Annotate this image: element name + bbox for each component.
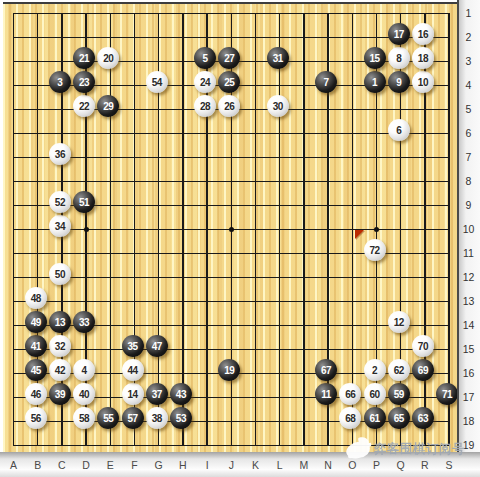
grid-line-horizontal (13, 277, 450, 278)
stone-white-62[interactable]: 62 (388, 359, 410, 381)
stone-black-65[interactable]: 65 (388, 407, 410, 429)
col-label-I: I (199, 459, 215, 471)
stone-white-72[interactable]: 72 (364, 239, 386, 261)
stone-black-37[interactable]: 37 (146, 383, 168, 405)
move-number: 43 (176, 389, 186, 400)
move-number: 44 (127, 365, 137, 376)
move-number: 11 (321, 389, 331, 400)
move-number: 23 (79, 77, 89, 88)
move-number: 33 (79, 317, 89, 328)
move-number: 49 (31, 317, 41, 328)
move-number: 19 (224, 365, 234, 376)
move-number: 37 (152, 389, 162, 400)
move-number: 66 (345, 389, 355, 400)
move-number: 3 (57, 77, 62, 88)
col-label-D: D (78, 459, 94, 471)
move-number: 15 (369, 53, 379, 64)
move-number: 50 (55, 269, 65, 280)
move-number: 56 (31, 413, 41, 424)
move-number: 1 (372, 77, 377, 88)
move-number: 28 (200, 101, 210, 112)
row-label-6: 6 (458, 127, 479, 139)
col-label-N: N (320, 459, 336, 471)
stone-white-2[interactable]: 2 (364, 359, 386, 381)
col-label-E: E (102, 459, 118, 471)
move-number: 31 (273, 53, 283, 64)
move-number: 55 (103, 413, 113, 424)
stone-black-57[interactable]: 57 (122, 407, 144, 429)
row-label-14: 14 (458, 319, 479, 331)
move-number: 59 (394, 389, 404, 400)
move-number: 48 (31, 293, 41, 304)
row-label-11: 11 (458, 247, 479, 259)
row-label-16: 16 (458, 367, 479, 379)
stone-black-31[interactable]: 31 (267, 47, 289, 69)
move-number: 51 (79, 197, 89, 208)
move-number: 35 (127, 341, 137, 352)
stone-white-54[interactable]: 54 (146, 71, 168, 93)
row-label-5: 5 (458, 103, 479, 115)
col-label-B: B (30, 459, 46, 471)
watermark-bird-icon (345, 440, 371, 460)
col-label-M: M (296, 459, 312, 471)
move-number: 13 (55, 317, 65, 328)
move-number: 42 (55, 365, 65, 376)
row-label-3: 3 (458, 55, 479, 67)
move-number: 41 (31, 341, 41, 352)
move-number: 9 (396, 77, 401, 88)
move-number: 58 (79, 413, 89, 424)
star-point (229, 227, 234, 232)
row-label-8: 8 (458, 175, 479, 187)
move-number: 69 (418, 365, 428, 376)
move-number: 18 (418, 53, 428, 64)
move-number: 25 (224, 77, 234, 88)
stone-black-41[interactable]: 41 (25, 335, 47, 357)
stone-white-30[interactable]: 30 (267, 95, 289, 117)
row-label-2: 2 (458, 31, 479, 43)
stone-black-15[interactable]: 15 (364, 47, 386, 69)
move-number: 47 (152, 341, 162, 352)
move-number: 71 (442, 389, 452, 400)
move-number: 21 (79, 53, 89, 64)
move-number: 65 (394, 413, 404, 424)
stone-black-49[interactable]: 49 (25, 311, 47, 333)
stone-white-48[interactable]: 48 (25, 287, 47, 309)
grid-line-vertical (352, 13, 353, 446)
last-move-marker-icon (355, 230, 364, 239)
move-number: 53 (176, 413, 186, 424)
row-label-9: 9 (458, 199, 479, 211)
move-number: 24 (200, 77, 210, 88)
star-point (374, 227, 379, 232)
stone-white-44[interactable]: 44 (122, 359, 144, 381)
row-label-12: 12 (458, 271, 479, 283)
move-number: 34 (55, 221, 65, 232)
move-number: 38 (152, 413, 162, 424)
grid-line-vertical (448, 13, 449, 446)
col-label-F: F (127, 459, 143, 471)
move-number: 7 (324, 77, 329, 88)
move-number: 6 (396, 125, 401, 136)
move-number: 70 (418, 341, 428, 352)
move-number: 62 (394, 365, 404, 376)
move-number: 20 (103, 53, 113, 64)
row-label-15: 15 (458, 343, 479, 355)
move-number: 32 (55, 341, 65, 352)
watermark: 弈客围棋订阅号 (346, 441, 465, 458)
row-label-18: 18 (458, 415, 479, 427)
stone-white-6[interactable]: 6 (388, 119, 410, 141)
move-number: 14 (127, 389, 137, 400)
row-label-13: 13 (458, 295, 479, 307)
stone-black-47[interactable]: 47 (146, 335, 168, 357)
move-number: 27 (224, 53, 234, 64)
col-label-L: L (272, 459, 288, 471)
move-number: 46 (31, 389, 41, 400)
move-number: 36 (55, 149, 65, 160)
move-number: 10 (418, 77, 428, 88)
stone-black-1[interactable]: 1 (364, 71, 386, 93)
grid-line-vertical (255, 13, 256, 446)
stone-black-9[interactable]: 9 (388, 71, 410, 93)
move-number: 17 (394, 29, 404, 40)
stone-white-60[interactable]: 60 (364, 383, 386, 405)
stone-white-56[interactable]: 56 (25, 407, 47, 429)
col-label-Q: Q (393, 459, 409, 471)
col-label-S: S (441, 459, 457, 471)
stone-white-38[interactable]: 38 (146, 407, 168, 429)
col-label-O: O (344, 459, 360, 471)
go-diagram: 弈客围棋订阅号 12345678910111213141516171819202… (0, 0, 480, 477)
move-number: 8 (396, 53, 401, 64)
row-label-10: 10 (458, 223, 479, 235)
row-label-4: 4 (458, 79, 479, 91)
col-label-R: R (417, 459, 433, 471)
move-number: 30 (273, 101, 283, 112)
move-number: 60 (369, 389, 379, 400)
grid-line-vertical (303, 13, 304, 446)
col-label-A: A (6, 459, 22, 471)
col-label-H: H (175, 459, 191, 471)
move-number: 26 (224, 101, 234, 112)
move-number: 16 (418, 29, 428, 40)
col-label-C: C (54, 459, 70, 471)
move-number: 63 (418, 413, 428, 424)
stone-black-59[interactable]: 59 (388, 383, 410, 405)
col-label-G: G (151, 459, 167, 471)
stone-black-17[interactable]: 17 (388, 23, 410, 45)
col-label-P: P (369, 459, 385, 471)
row-label-7: 7 (458, 151, 479, 163)
stone-black-45[interactable]: 45 (25, 359, 47, 381)
stone-black-35[interactable]: 35 (122, 335, 144, 357)
row-label-17: 17 (458, 391, 479, 403)
row-label-1: 1 (458, 7, 479, 19)
row-coordinate-strip (457, 0, 480, 477)
grid-line-horizontal (13, 301, 450, 302)
move-number: 72 (369, 245, 379, 256)
move-number: 12 (394, 317, 404, 328)
move-number: 45 (31, 365, 41, 376)
col-label-K: K (248, 459, 264, 471)
move-number: 54 (152, 77, 162, 88)
stone-white-46[interactable]: 46 (25, 383, 47, 405)
grid-line-vertical (279, 13, 280, 446)
move-number: 61 (369, 413, 379, 424)
watermark-text: 弈客围棋订阅号 (374, 441, 465, 458)
move-number: 68 (345, 413, 355, 424)
stone-white-12[interactable]: 12 (388, 311, 410, 333)
move-number: 40 (79, 389, 89, 400)
col-label-J: J (223, 459, 239, 471)
move-number: 57 (127, 413, 137, 424)
move-number: 5 (203, 53, 208, 64)
move-number: 29 (103, 101, 113, 112)
move-number: 67 (321, 365, 331, 376)
stone-white-8[interactable]: 8 (388, 47, 410, 69)
stone-black-61[interactable]: 61 (364, 407, 386, 429)
move-number: 2 (372, 365, 377, 376)
grid-line-horizontal (13, 349, 450, 350)
move-number: 22 (79, 101, 89, 112)
move-number: 52 (55, 197, 65, 208)
stone-white-14[interactable]: 14 (122, 383, 144, 405)
move-number: 39 (55, 389, 65, 400)
star-point (84, 227, 89, 232)
move-number: 4 (82, 365, 87, 376)
